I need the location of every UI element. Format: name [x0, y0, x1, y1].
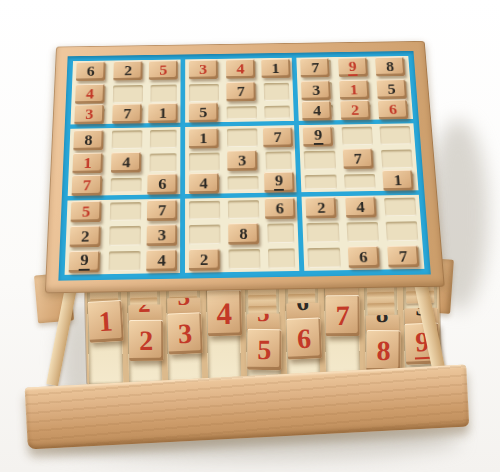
- tile-7-black[interactable]: 7: [226, 82, 255, 102]
- tile-digit: 9: [274, 173, 285, 191]
- cell-r8c6[interactable]: [263, 221, 303, 246]
- tile-digit: 6: [158, 176, 166, 191]
- cell-recess: [227, 129, 258, 148]
- tile-digit: 8: [239, 226, 248, 242]
- cell-r8c8[interactable]: [342, 220, 383, 245]
- tile-digit: 6: [359, 249, 368, 265]
- tile-9-red[interactable]: 9: [338, 58, 368, 78]
- cell-r4c1[interactable]: 8: [69, 128, 108, 152]
- tile-digit: 4: [216, 297, 232, 328]
- cell-recess: [384, 197, 417, 216]
- tile-digit: 1: [271, 62, 279, 76]
- tile-digit: 7: [353, 152, 362, 167]
- tile-1-black[interactable]: 1: [189, 128, 219, 148]
- cell-r2c6[interactable]: [260, 80, 298, 103]
- cell-r1c8[interactable]: 9: [334, 57, 373, 80]
- cell-recess: [267, 224, 294, 244]
- tile-3-black[interactable]: 3: [301, 81, 331, 101]
- cell-r1c9[interactable]: 8: [371, 56, 410, 79]
- tile-digit: 3: [238, 153, 246, 168]
- cell-recess: [304, 151, 336, 170]
- cell-r2c9[interactable]: 5: [372, 78, 411, 101]
- cell-r6c5[interactable]: [224, 173, 263, 198]
- cell-recess: [305, 174, 337, 189]
- tile-1-red[interactable]: 1: [339, 80, 369, 100]
- tile-7-black[interactable]: 7: [263, 127, 293, 147]
- cell-r4c3[interactable]: [146, 127, 184, 151]
- drawer-slot-1[interactable]: 1: [87, 286, 123, 384]
- tile-digit: 6: [296, 324, 311, 353]
- tile-digit: 2: [317, 200, 326, 216]
- cell-r9c7[interactable]: [304, 245, 345, 271]
- cell-r4c6[interactable]: 7: [261, 125, 300, 149]
- cell-r9c9[interactable]: 7: [383, 244, 424, 270]
- tile-digit: 1: [393, 172, 402, 187]
- cell-recess: [379, 126, 411, 145]
- drawer-tile-2-red[interactable]: 2: [129, 320, 163, 361]
- cell-r1c7[interactable]: 7: [297, 57, 335, 80]
- cell-r5c5[interactable]: 3: [223, 149, 262, 173]
- drawer-tile-5-red[interactable]: 5: [247, 329, 281, 370]
- tile-digit: 7: [123, 107, 131, 122]
- tile-digit: 8: [386, 60, 395, 74]
- cell-recess: [381, 150, 413, 169]
- tile-digit: 6: [286, 303, 319, 316]
- cell-r9c2[interactable]: [105, 248, 145, 274]
- cell-r8c4[interactable]: [185, 222, 225, 247]
- cell-r5c1[interactable]: 1: [68, 152, 107, 176]
- tile-1-black[interactable]: 1: [261, 59, 290, 79]
- cell-r1c3[interactable]: 5: [147, 59, 185, 82]
- cell-r8c5[interactable]: 8: [224, 221, 264, 246]
- tile-digit: 4: [200, 176, 208, 191]
- cell-recess: [266, 151, 293, 170]
- tile-digit: 4: [122, 155, 130, 170]
- tile-2-red[interactable]: 2: [340, 100, 370, 120]
- sudoku-board: 6253417984731537154268179143776491576242…: [45, 41, 445, 293]
- tile-4-red[interactable]: 4: [226, 59, 255, 79]
- tile-digit: 5: [199, 106, 207, 121]
- cell-r7c4[interactable]: [185, 198, 224, 223]
- tile-digit: 3: [167, 298, 200, 311]
- cell-r4c4[interactable]: 1: [185, 127, 223, 151]
- tile-digit: 1: [199, 131, 207, 146]
- cell-r7c3[interactable]: 7: [145, 198, 184, 223]
- tile-digit: 1: [159, 106, 167, 121]
- cell-r7c5[interactable]: [224, 197, 264, 222]
- cell-r3c6[interactable]: [261, 102, 300, 126]
- cell-r3c2[interactable]: 7: [109, 105, 147, 129]
- cell-recess: [228, 249, 260, 269]
- tile-digit: 3: [85, 107, 94, 122]
- wood-frame: 6253417984731537154268179143776491576242…: [45, 41, 445, 293]
- cell-recess: [109, 226, 141, 246]
- cell-recess: [112, 130, 143, 149]
- cell-recess: [308, 248, 341, 268]
- cell-r5c7[interactable]: [300, 148, 340, 172]
- cell-r9c1[interactable]: 9: [65, 249, 106, 275]
- cell-r7c8[interactable]: 4: [341, 195, 382, 220]
- tile-2-black[interactable]: 2: [114, 61, 143, 81]
- tile-2-black[interactable]: 2: [306, 197, 337, 218]
- tile-digit: 6: [388, 103, 397, 118]
- cell-recess: [189, 225, 221, 245]
- tile-7-black[interactable]: 7: [147, 200, 177, 221]
- tile-4-black[interactable]: 4: [189, 173, 219, 194]
- tile-digit: 7: [336, 301, 350, 329]
- tile-digit: 2: [81, 228, 90, 244]
- cell-recess: [113, 85, 144, 103]
- cell-r3c1[interactable]: 3: [70, 105, 109, 129]
- tile-digit: 7: [237, 84, 245, 98]
- cell-r9c5[interactable]: [224, 246, 264, 272]
- cell-r6c1[interactable]: 7: [68, 175, 108, 200]
- cell-r5c2[interactable]: 4: [107, 151, 146, 175]
- cell-recess: [150, 153, 176, 172]
- tile-digit: 7: [158, 203, 166, 219]
- cell-recess: [344, 174, 376, 189]
- drawer-slot-3[interactable]: 33: [166, 285, 202, 383]
- drawer-tile-4-red[interactable]: 4: [207, 290, 242, 337]
- tile-7-red[interactable]: 7: [72, 175, 103, 196]
- cell-r1c6[interactable]: 1: [259, 58, 297, 81]
- cell-recess: [189, 200, 221, 219]
- drawer-slot-8[interactable]: 88: [364, 280, 400, 378]
- tile-digit: 7: [398, 248, 408, 264]
- tile-digit: 5: [387, 82, 396, 96]
- cell-r6c3[interactable]: 6: [146, 174, 185, 199]
- cell-r9c3[interactable]: 4: [145, 248, 185, 274]
- tile-3-black[interactable]: 3: [227, 151, 257, 172]
- tile-digit: 3: [178, 319, 193, 348]
- tile-4-black[interactable]: 4: [345, 196, 376, 217]
- tile-7-black[interactable]: 7: [300, 58, 330, 78]
- tile-3-black[interactable]: 3: [147, 224, 178, 246]
- tile-5-red[interactable]: 5: [149, 61, 178, 81]
- drawer-tile-8-red[interactable]: 8: [366, 330, 400, 371]
- cell-recess: [341, 127, 373, 146]
- tile-6-black[interactable]: 6: [147, 173, 177, 194]
- tile-digit: 2: [128, 304, 161, 317]
- cell-r9c6[interactable]: [264, 246, 305, 272]
- cell-r8c9[interactable]: [381, 219, 422, 244]
- cell-r3c5[interactable]: [223, 103, 261, 127]
- cell-r8c3[interactable]: 3: [145, 223, 185, 249]
- tile-5-black[interactable]: 5: [189, 103, 218, 123]
- cell-r7c7[interactable]: 2: [302, 196, 342, 221]
- tile-6-black[interactable]: 6: [264, 198, 295, 219]
- tile-5-red[interactable]: 5: [71, 201, 102, 223]
- tile-7-black[interactable]: 7: [342, 149, 373, 170]
- tile-digit: 6: [275, 201, 284, 217]
- tile-digit: 7: [273, 129, 282, 144]
- tile-4-black[interactable]: 4: [146, 249, 177, 271]
- cell-r2c1[interactable]: 4: [71, 83, 109, 106]
- sudoku-photo-scene: 12233445566778899 6253417984731537154268…: [0, 0, 500, 472]
- tile-digit: 4: [86, 87, 94, 101]
- tile-digit: 8: [366, 315, 399, 328]
- tile-digit: 6: [87, 64, 95, 78]
- cell-recess: [264, 105, 290, 119]
- drawer-slot-4[interactable]: 44: [205, 284, 241, 382]
- cell-r4c7[interactable]: 9: [299, 125, 338, 149]
- cell-r6c4[interactable]: 4: [185, 174, 224, 199]
- cell-recess: [110, 202, 142, 221]
- cell-r3c7[interactable]: 4: [298, 102, 337, 126]
- cell-r8c7[interactable]: [303, 220, 344, 245]
- cell-r6c7[interactable]: [301, 172, 341, 197]
- drawer-tile-3-red[interactable]: 3: [167, 312, 203, 354]
- tile-digit: 4: [313, 104, 322, 119]
- tile-digit: 9: [347, 59, 358, 76]
- cell-r5c4[interactable]: [185, 150, 224, 174]
- cell-r4c5[interactable]: [223, 126, 262, 150]
- tile-digit: 4: [236, 62, 244, 76]
- tile-digit: 5: [159, 63, 167, 77]
- cell-recess: [226, 106, 257, 120]
- tile-digit: 2: [139, 326, 153, 354]
- tile-9-black[interactable]: 9: [69, 250, 100, 272]
- tile-digit: 4: [356, 199, 365, 215]
- stacked-tile-top: [367, 303, 395, 316]
- cell-r7c1[interactable]: 5: [67, 200, 107, 225]
- tile-7-black[interactable]: 7: [387, 245, 419, 267]
- drawer-tile-1-red[interactable]: 1: [88, 300, 124, 343]
- drawer-tile-6-red[interactable]: 6: [286, 317, 322, 359]
- tile-4-black[interactable]: 4: [302, 101, 332, 121]
- cell-r4c9[interactable]: [375, 124, 415, 148]
- tile-2-red-partial[interactable]: 2: [128, 304, 161, 321]
- cell-r1c2[interactable]: 2: [110, 60, 148, 83]
- cell-recess: [189, 153, 220, 172]
- cell-r2c4[interactable]: [185, 81, 223, 104]
- cell-recess: [268, 249, 296, 269]
- cell-r3c4[interactable]: 5: [185, 104, 223, 128]
- cell-r1c5[interactable]: 4: [222, 58, 260, 81]
- tile-6-black[interactable]: 6: [347, 246, 379, 268]
- tile-7-black[interactable]: 7: [113, 104, 143, 124]
- cell-r3c9[interactable]: 6: [374, 101, 413, 125]
- tile-4-black[interactable]: 4: [111, 152, 141, 173]
- cell-recess: [264, 83, 290, 101]
- cell-recess: [385, 222, 418, 242]
- cell-r2c2[interactable]: [109, 82, 147, 105]
- cell-r3c3[interactable]: 1: [147, 104, 185, 128]
- tile-8-black[interactable]: 8: [73, 130, 103, 151]
- tile-digit: 2: [124, 64, 132, 78]
- tile-digit: 5: [82, 204, 91, 220]
- cell-r2c5[interactable]: 7: [222, 80, 260, 103]
- tile-6-black[interactable]: 6: [76, 62, 105, 82]
- cell-r5c6[interactable]: [262, 149, 301, 173]
- tile-digit: 7: [311, 61, 320, 75]
- tile-digit: 4: [157, 252, 166, 268]
- cell-r6c8[interactable]: [340, 171, 380, 196]
- tile-digit: 3: [312, 83, 321, 97]
- cell-r7c2[interactable]: [106, 199, 146, 224]
- drawer-tile-7-red[interactable]: 7: [326, 295, 360, 336]
- tile-5-black[interactable]: 5: [376, 79, 406, 99]
- cell-r2c8[interactable]: 1: [335, 79, 374, 102]
- cell-recess: [227, 176, 258, 191]
- tile-6-red[interactable]: 6: [378, 100, 409, 120]
- tile-1-black[interactable]: 1: [148, 103, 177, 123]
- tile-8-black[interactable]: 8: [228, 223, 259, 245]
- tile-2-black[interactable]: 2: [70, 225, 101, 247]
- tile-digit: 2: [351, 103, 360, 118]
- tile-digit: 2: [200, 251, 209, 267]
- cell-recess: [150, 130, 176, 149]
- tile-digit: 3: [158, 227, 166, 243]
- cell-r8c2[interactable]: [105, 223, 145, 249]
- cell-r2c3[interactable]: [147, 82, 185, 105]
- tile-digit: 5: [258, 335, 272, 363]
- cell-recess: [111, 178, 142, 193]
- tile-digit: 1: [98, 307, 114, 336]
- cell-r9c4[interactable]: 2: [185, 247, 225, 273]
- sudoku-grid: 6253417984731537154268179143776491576242…: [65, 56, 425, 275]
- tile-digit: 5: [247, 314, 280, 327]
- tile-4-red[interactable]: 4: [75, 84, 105, 104]
- tile-8-black[interactable]: 8: [375, 57, 405, 77]
- cell-recess: [346, 222, 379, 242]
- cell-r5c8[interactable]: 7: [338, 147, 378, 171]
- tile-digit: 3: [199, 63, 207, 77]
- cell-recess: [151, 84, 177, 102]
- tile-3-red[interactable]: 3: [74, 105, 104, 125]
- tile-digit: 8: [84, 132, 93, 147]
- drawer-slot-2[interactable]: 22: [126, 286, 162, 384]
- drawer-slot-5[interactable]: 55: [245, 283, 281, 381]
- tile-1-red[interactable]: 1: [73, 153, 103, 174]
- cell-r7c9[interactable]: [380, 194, 421, 219]
- cell-r6c2[interactable]: [107, 175, 146, 200]
- tile-9-black[interactable]: 9: [264, 171, 295, 192]
- blue-grid-mat: 6253417984731537154268179143776491576242…: [58, 51, 430, 281]
- tile-1-black[interactable]: 1: [382, 170, 413, 191]
- tile-2-black[interactable]: 2: [189, 248, 220, 270]
- cell-recess: [228, 200, 260, 219]
- cell-r5c9[interactable]: [377, 147, 417, 171]
- cell-r2c7[interactable]: 3: [297, 79, 336, 102]
- tile-3-red[interactable]: 3: [189, 60, 218, 80]
- drawer-slot-6[interactable]: 66: [285, 282, 321, 380]
- cell-r5c3[interactable]: [146, 151, 185, 175]
- tile-digit: 1: [350, 83, 359, 97]
- cell-recess: [307, 223, 339, 243]
- cell-recess: [189, 84, 219, 102]
- cell-r6c9[interactable]: 1: [378, 170, 418, 195]
- cell-r9c8[interactable]: 6: [343, 244, 384, 270]
- drawer-slot-7[interactable]: 77: [324, 281, 360, 379]
- cell-r3c8[interactable]: 2: [336, 101, 375, 125]
- tile-9-black[interactable]: 9: [303, 126, 333, 146]
- cell-r1c4[interactable]: 3: [185, 59, 223, 82]
- tile-digit: 7: [83, 177, 92, 192]
- tile-digit: 8: [376, 336, 390, 364]
- cell-r7c6[interactable]: 6: [263, 196, 303, 221]
- cell-recess: [109, 251, 141, 271]
- cell-r1c1[interactable]: 6: [72, 61, 110, 84]
- cell-r4c8[interactable]: [337, 124, 377, 148]
- cell-r4c2[interactable]: [108, 128, 147, 152]
- tile-digit: 9: [313, 128, 324, 146]
- tile-digit: 9: [79, 252, 90, 271]
- cell-r8c1[interactable]: 2: [66, 224, 106, 250]
- cell-r6c6[interactable]: 9: [262, 172, 302, 197]
- tile-digit: 1: [83, 156, 92, 171]
